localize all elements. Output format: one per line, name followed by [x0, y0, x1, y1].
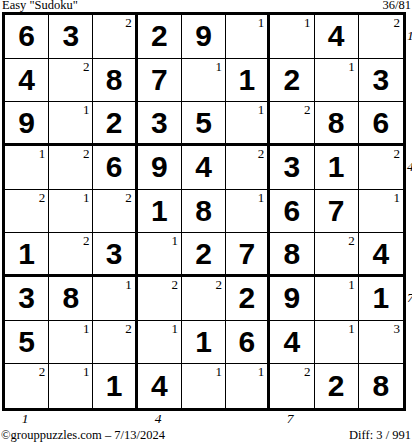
corner-mark: 1: [39, 146, 46, 161]
cell-r9c7[interactable]: 2: [270, 364, 314, 408]
cell-r2c7[interactable]: 2: [270, 59, 314, 103]
given-digit: 1: [195, 327, 212, 357]
cell-r9c4[interactable]: 4: [138, 364, 182, 408]
corner-mark: 2: [258, 146, 265, 161]
corner-mark: 2: [125, 15, 132, 30]
footer: ©grouppuzzles.com – 7/13/2024 Diff: 3 / …: [1, 428, 411, 442]
given-digit: 6: [18, 21, 35, 51]
given-digit: 1: [328, 152, 345, 182]
cell-r2c6[interactable]: 1: [226, 59, 270, 103]
cell-r3c6[interactable]: 1: [226, 102, 270, 146]
corner-mark: 1: [258, 364, 265, 379]
given-digit: 9: [284, 283, 301, 313]
corner-mark: 2: [125, 190, 132, 205]
given-digit: 9: [195, 21, 212, 51]
given-digit: 7: [151, 65, 168, 95]
cell-r3c2[interactable]: 1: [49, 102, 93, 146]
sudoku-board: 6322911424287112139123512861269423122121…: [2, 12, 406, 411]
cell-r8c6[interactable]: 6: [226, 321, 270, 365]
corner-mark: 1: [83, 364, 90, 379]
given-digit: 5: [195, 108, 212, 138]
given-digit: 3: [62, 21, 79, 51]
corner-mark: 2: [83, 146, 90, 161]
corner-mark: 2: [348, 233, 355, 248]
cell-r5c5[interactable]: 8: [182, 190, 226, 234]
corner-mark: 2: [83, 59, 90, 74]
cell-r8c4[interactable]: 1: [138, 321, 182, 365]
col-label-1: 1: [22, 412, 29, 426]
cell-r5c9[interactable]: 1: [359, 190, 403, 234]
cell-r3c9[interactable]: 6: [359, 102, 403, 146]
corner-mark: 1: [348, 321, 355, 336]
given-digit: 8: [106, 65, 123, 95]
cell-r8c1[interactable]: 5: [5, 321, 49, 365]
cell-r9c1[interactable]: 2: [5, 364, 49, 408]
corner-mark: 2: [304, 102, 311, 117]
given-digit: 4: [328, 21, 345, 51]
given-digit: 4: [195, 152, 212, 182]
given-digit: 3: [151, 108, 168, 138]
given-digit: 2: [151, 21, 168, 51]
cell-r2c5[interactable]: 1: [182, 59, 226, 103]
cell-r6c6[interactable]: 7: [226, 233, 270, 277]
corner-mark: 2: [393, 15, 400, 30]
cell-r3c5[interactable]: 5: [182, 102, 226, 146]
given-digit: 8: [62, 283, 79, 313]
cell-r6c4[interactable]: 1: [138, 233, 182, 277]
cell-r9c8[interactable]: 2: [315, 364, 359, 408]
given-digit: 9: [18, 108, 35, 138]
cell-r8c5[interactable]: 1: [182, 321, 226, 365]
given-digit: 1: [18, 239, 35, 269]
given-digit: 7: [328, 196, 345, 226]
cell-r4c6[interactable]: 2: [226, 146, 270, 190]
corner-mark: 1: [258, 15, 265, 30]
given-digit: 9: [151, 152, 168, 182]
given-digit: 6: [238, 327, 255, 357]
corner-mark: 1: [258, 102, 265, 117]
corner-mark: 1: [216, 364, 223, 379]
cell-r4c5[interactable]: 4: [182, 146, 226, 190]
cell-r8c3[interactable]: 2: [93, 321, 137, 365]
corner-mark: 1: [171, 233, 178, 248]
cell-r1c9[interactable]: 2: [359, 15, 403, 59]
cell-r7c7[interactable]: 9: [270, 277, 314, 321]
corner-mark: 1: [393, 190, 400, 205]
given-digit: 4: [373, 239, 390, 269]
cell-r1c2[interactable]: 3: [49, 15, 93, 59]
copyright-text: ©grouppuzzles.com – 7/13/2024: [1, 428, 165, 442]
cell-r2c4[interactable]: 7: [138, 59, 182, 103]
cell-r3c1[interactable]: 9: [5, 102, 49, 146]
given-digit: 6: [106, 152, 123, 182]
cell-r3c7[interactable]: 2: [270, 102, 314, 146]
cell-r7c4[interactable]: 2: [138, 277, 182, 321]
cell-r5c2[interactable]: 1: [49, 190, 93, 234]
given-digit: 8: [284, 239, 301, 269]
cell-r8c8[interactable]: 1: [315, 321, 359, 365]
cell-r4c2[interactable]: 2: [49, 146, 93, 190]
cell-r7c5[interactable]: 2: [182, 277, 226, 321]
given-digit: 2: [238, 283, 255, 313]
corner-mark: 1: [171, 321, 178, 336]
cell-r7c2[interactable]: 8: [49, 277, 93, 321]
given-digit: 6: [284, 196, 301, 226]
cell-r8c9[interactable]: 3: [359, 321, 403, 365]
given-digit: 2: [328, 371, 345, 401]
cell-r9c9[interactable]: 8: [359, 364, 403, 408]
cell-r5c4[interactable]: 1: [138, 190, 182, 234]
cell-r7c9[interactable]: 1: [359, 277, 403, 321]
row-label-4: 4: [407, 160, 412, 174]
progress-counter: 36/81: [383, 0, 411, 12]
given-digit: 2: [106, 108, 123, 138]
given-digit: 3: [284, 152, 301, 182]
given-digit: 3: [373, 65, 390, 95]
cell-r9c3[interactable]: 1: [93, 364, 137, 408]
cell-r4c7[interactable]: 3: [270, 146, 314, 190]
cell-r7c8[interactable]: 1: [315, 277, 359, 321]
cell-r7c1[interactable]: 3: [5, 277, 49, 321]
row-label-1: 1: [407, 29, 412, 43]
cell-r1c1[interactable]: 6: [5, 15, 49, 59]
corner-mark: 1: [216, 59, 223, 74]
cell-r6c1[interactable]: 1: [5, 233, 49, 277]
given-digit: 4: [284, 327, 301, 357]
cell-r5c1[interactable]: 2: [5, 190, 49, 234]
cell-r3c4[interactable]: 3: [138, 102, 182, 146]
sudoku-page: { "game": "sudoku", "position": "63.29..…: [0, 0, 412, 445]
cell-r6c9[interactable]: 4: [359, 233, 403, 277]
corner-mark: 2: [171, 277, 178, 292]
given-digit: 1: [151, 196, 168, 226]
cell-r6c8[interactable]: 2: [315, 233, 359, 277]
corner-mark: 2: [125, 321, 132, 336]
corner-mark: 2: [304, 364, 311, 379]
corner-mark: 1: [304, 15, 311, 30]
cell-r4c8[interactable]: 1: [315, 146, 359, 190]
corner-mark: 1: [83, 321, 90, 336]
given-digit: 8: [328, 108, 345, 138]
given-digit: 1: [238, 65, 255, 95]
cell-r2c9[interactable]: 3: [359, 59, 403, 103]
cell-r9c2[interactable]: 1: [49, 364, 93, 408]
cell-r2c8[interactable]: 1: [315, 59, 359, 103]
given-digit: 4: [18, 65, 35, 95]
cell-r1c5[interactable]: 9: [182, 15, 226, 59]
given-digit: 8: [373, 371, 390, 401]
corner-mark: 1: [125, 277, 132, 292]
cell-r6c5[interactable]: 2: [182, 233, 226, 277]
corner-mark: 1: [258, 190, 265, 205]
cell-r4c3[interactable]: 6: [93, 146, 137, 190]
corner-mark: 2: [39, 190, 46, 205]
cell-r1c4[interactable]: 2: [138, 15, 182, 59]
given-digit: 6: [373, 108, 390, 138]
cell-r4c9[interactable]: 2: [359, 146, 403, 190]
corner-mark: 1: [348, 59, 355, 74]
corner-mark: 2: [83, 233, 90, 248]
cell-r9c5[interactable]: 1: [182, 364, 226, 408]
cell-r2c3[interactable]: 8: [93, 59, 137, 103]
corner-mark: 2: [39, 364, 46, 379]
cell-r1c3[interactable]: 2: [93, 15, 137, 59]
given-digit: 1: [106, 371, 123, 401]
col-label-7: 7: [287, 412, 294, 426]
given-digit: 3: [106, 239, 123, 269]
given-digit: 3: [18, 283, 35, 313]
cell-r7c6[interactable]: 2: [226, 277, 270, 321]
cell-r2c1[interactable]: 4: [5, 59, 49, 103]
col-label-4: 4: [155, 412, 162, 426]
cell-r6c3[interactable]: 3: [93, 233, 137, 277]
cell-r5c6[interactable]: 1: [226, 190, 270, 234]
cell-r8c7[interactable]: 4: [270, 321, 314, 365]
given-digit: 1: [373, 283, 390, 313]
difficulty-text: Diff: 3 / 991: [349, 428, 411, 442]
cell-r4c1[interactable]: 1: [5, 146, 49, 190]
cell-r3c8[interactable]: 8: [315, 102, 359, 146]
cell-r5c8[interactable]: 7: [315, 190, 359, 234]
cell-r2c2[interactable]: 2: [49, 59, 93, 103]
cell-r1c6[interactable]: 1: [226, 15, 270, 59]
corner-mark: 1: [83, 102, 90, 117]
corner-mark: 2: [216, 277, 223, 292]
corner-mark: 3: [393, 321, 400, 336]
cell-r8c2[interactable]: 1: [49, 321, 93, 365]
given-digit: 4: [151, 371, 168, 401]
cell-r7c3[interactable]: 1: [93, 277, 137, 321]
cell-r6c7[interactable]: 8: [270, 233, 314, 277]
given-digit: 2: [195, 239, 212, 269]
cell-r1c8[interactable]: 4: [315, 15, 359, 59]
given-digit: 7: [238, 239, 255, 269]
cell-r6c2[interactable]: 2: [49, 233, 93, 277]
corner-mark: 2: [393, 146, 400, 161]
cell-r3c3[interactable]: 2: [93, 102, 137, 146]
puzzle-title: Easy "Sudoku": [2, 0, 78, 12]
cell-r1c7[interactable]: 1: [270, 15, 314, 59]
given-digit: 5: [18, 327, 35, 357]
cell-r4c4[interactable]: 9: [138, 146, 182, 190]
corner-mark: 1: [348, 277, 355, 292]
given-digit: 8: [195, 196, 212, 226]
cell-r5c3[interactable]: 2: [93, 190, 137, 234]
cell-r9c6[interactable]: 1: [226, 364, 270, 408]
given-digit: 2: [284, 65, 301, 95]
cell-r5c7[interactable]: 6: [270, 190, 314, 234]
corner-mark: 1: [83, 190, 90, 205]
header: Easy "Sudoku" 36/81: [2, 0, 411, 12]
row-label-7: 7: [407, 291, 412, 305]
